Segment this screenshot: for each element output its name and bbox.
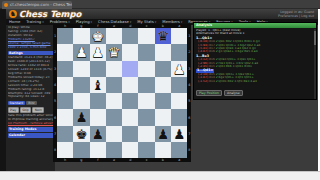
tab-standard[interactable]: Standard: [8, 101, 26, 105]
engine-line[interactable]: (-4.87) d16 2.g3 Qxe2+ 3.Kg2 Be5 4.a4: [196, 50, 313, 53]
engine-depth: d16: [209, 50, 216, 53]
rank-label: 8: [187, 142, 191, 158]
file-label: b: [155, 158, 171, 162]
square-a5[interactable]: [171, 93, 187, 109]
square-e6[interactable]: [106, 109, 122, 125]
square-h1[interactable]: [57, 28, 73, 44]
analyse-button[interactable]: Analyse: [224, 90, 243, 97]
square-c1[interactable]: [138, 28, 154, 44]
header-user-area[interactable]: Logged in as: Guest Preferences | Log ou…: [278, 10, 314, 18]
square-a8[interactable]: [171, 142, 187, 158]
square-f1[interactable]: ♚: [90, 28, 106, 44]
black-queen[interactable]: ♛: [157, 28, 169, 44]
square-f6[interactable]: [90, 109, 106, 125]
square-c5[interactable]: [138, 93, 154, 109]
skip-button[interactable]: Skip: [20, 107, 31, 113]
white-king[interactable]: ♚: [92, 28, 104, 44]
square-h4[interactable]: [57, 77, 73, 93]
square-h3[interactable]: [57, 61, 73, 77]
square-a6[interactable]: [171, 109, 187, 125]
file-label: g: [73, 158, 89, 162]
play-button[interactable]: Play: [8, 107, 19, 113]
black-pawn[interactable]: ♟: [92, 126, 104, 142]
sidebar-section-bar[interactable]: Calendar: [8, 133, 54, 138]
square-f4[interactable]: ♝: [90, 77, 106, 93]
square-e3[interactable]: [106, 61, 122, 77]
square-c7[interactable]: [138, 126, 154, 142]
favicon-icon: [4, 3, 8, 7]
square-b1[interactable]: ♛: [155, 28, 171, 44]
square-e5[interactable]: [106, 93, 122, 109]
rank-label: 5: [187, 93, 191, 109]
file-label: h: [57, 158, 73, 162]
sidebar: To play: WhiteRating: 1584 (RD: 42)Durat…: [6, 25, 55, 171]
next-button[interactable]: Next: [32, 107, 44, 113]
square-d3[interactable]: [122, 61, 138, 77]
square-f3[interactable]: [90, 61, 106, 77]
square-d4[interactable]: [122, 77, 138, 93]
square-a1[interactable]: [171, 28, 187, 44]
square-f2[interactable]: ♟: [90, 44, 106, 60]
square-f8[interactable]: [90, 142, 106, 158]
square-e7[interactable]: [106, 126, 122, 142]
square-b6[interactable]: [155, 109, 171, 125]
square-g4[interactable]: [73, 77, 89, 93]
rank-label: 7: [187, 126, 191, 142]
analysis-scrollbar[interactable]: [314, 29, 317, 99]
sidebar-tabs: StandardBlitz: [8, 101, 54, 106]
square-c8[interactable]: [138, 142, 154, 158]
black-pawn[interactable]: ♟: [157, 126, 169, 142]
analysis-buttons: Play PositionAnalyse: [196, 79, 245, 98]
board-corner: [187, 158, 191, 162]
engine-moves: 2.g3 Qxe2+ 3.Kg2 Be5 4.a4: [216, 50, 258, 53]
square-b8[interactable]: [155, 142, 171, 158]
square-g1[interactable]: [73, 28, 89, 44]
sidebar-stat-line: Popularity: 84 Likes: 12: [8, 95, 54, 99]
file-label: a: [171, 158, 187, 162]
square-a4[interactable]: [171, 77, 187, 93]
square-b7[interactable]: ♟: [155, 126, 171, 142]
white-pawn[interactable]: ♟: [75, 44, 87, 60]
square-g2[interactable]: ♟: [73, 44, 89, 60]
white-queen[interactable]: ♛: [108, 44, 120, 60]
tab-title: ct.chesstempo.com - Chess Tempo: [10, 2, 72, 7]
file-label: f: [90, 158, 106, 162]
page-body: ♞ Chess Tempo Logged in as: Guest Prefer…: [0, 9, 318, 171]
chess-board[interactable]: hgfedcba1♚♛12♟♟♛23♟34♝4556♟67♚♟♟♟788hgfe…: [53, 24, 191, 162]
black-king[interactable]: ♚: [75, 126, 87, 142]
square-g5[interactable]: [73, 93, 89, 109]
rank-label: 6: [187, 109, 191, 125]
engine-moves: 2.Qd3 Bb6 3.Qxb1 Bxb1: [216, 65, 252, 68]
site-header: ♞ Chess Tempo Logged in as: Guest Prefer…: [6, 9, 318, 19]
rank-label: 1: [187, 28, 191, 44]
square-e8[interactable]: [106, 142, 122, 158]
chevron-down-icon: ▾: [42, 20, 44, 24]
rank-label: 2: [187, 44, 191, 60]
premium-link[interactable]: Go Premium - remove adverts: [8, 122, 54, 126]
preferences-logout-links[interactable]: Preferences | Log out: [278, 14, 314, 18]
white-pawn[interactable]: ♟: [173, 61, 185, 77]
analysis-info-line: Alternatives for Black at move 1:: [196, 32, 313, 35]
square-c6[interactable]: [138, 109, 154, 125]
engine-score: (-4.87): [198, 50, 209, 53]
black-pawn[interactable]: ♟: [173, 126, 185, 142]
black-bishop[interactable]: ♝: [92, 77, 104, 93]
square-f5[interactable]: [90, 93, 106, 109]
analysis-panel-title[interactable]: Analysis: [194, 23, 316, 28]
site-title[interactable]: Chess Tempo: [19, 9, 81, 19]
square-h6[interactable]: [57, 109, 73, 125]
play-position-button[interactable]: Play Position: [196, 90, 222, 97]
browser-tab[interactable]: ct.chesstempo.com - Chess Tempo: [2, 1, 72, 9]
square-d2[interactable]: [122, 44, 138, 60]
square-h8[interactable]: [57, 142, 73, 158]
square-h7[interactable]: [57, 126, 73, 142]
square-g3[interactable]: [73, 61, 89, 77]
square-e2[interactable]: ♛: [106, 44, 122, 60]
square-c3[interactable]: [138, 61, 154, 77]
sidebar-section-bar[interactable]: Ratings: [8, 51, 54, 56]
engine-line[interactable]: (-2.45) d15 2.Qd3 Bb6 3.Qxb1 Bxb1: [196, 65, 313, 68]
browser-toolbar: ct.chesstempo.com - Chess Tempo: [0, 0, 320, 9]
square-h2[interactable]: [57, 44, 73, 60]
black-pawn[interactable]: ♟: [75, 109, 87, 125]
square-e1[interactable]: [106, 28, 122, 44]
chesstempo-page: ct.chesstempo.com - Chess Tempo ♞ Chess …: [0, 0, 320, 180]
square-b4[interactable]: [155, 77, 171, 93]
scrollbar-thumb[interactable]: [314, 31, 317, 45]
square-d1[interactable]: [122, 28, 138, 44]
square-b3[interactable]: [155, 61, 171, 77]
file-label: d: [122, 158, 138, 162]
rank-label: 4: [187, 77, 191, 93]
square-a2[interactable]: [171, 44, 187, 60]
knight-logo-icon[interactable]: ♞: [9, 10, 17, 18]
square-a3[interactable]: ♟: [171, 61, 187, 77]
analysis-panel: Analysis Played: 1...Qb1+ (best move)Alt…: [193, 22, 317, 100]
square-c2[interactable]: [138, 44, 154, 60]
square-b2[interactable]: [155, 44, 171, 60]
square-h5[interactable]: [57, 93, 73, 109]
file-label: e: [106, 158, 122, 162]
square-d8[interactable]: [122, 142, 138, 158]
page-bottom-strip: [0, 171, 320, 180]
square-c4[interactable]: [138, 77, 154, 93]
square-e4[interactable]: [106, 77, 122, 93]
sidebar-section-bar[interactable]: Training Modes: [8, 127, 54, 132]
square-d7[interactable]: [122, 126, 138, 142]
square-g7[interactable]: ♚: [73, 126, 89, 142]
square-b5[interactable]: [155, 93, 171, 109]
square-a7[interactable]: ♟: [171, 126, 187, 142]
square-d6[interactable]: [122, 109, 138, 125]
square-f7[interactable]: ♟: [90, 126, 106, 142]
sidebar-buttons: PlaySkipNext: [8, 107, 54, 113]
square-g8[interactable]: [73, 142, 89, 158]
rank-label: 3: [187, 61, 191, 77]
tab-blitz[interactable]: Blitz: [26, 101, 36, 105]
square-d5[interactable]: [122, 93, 138, 109]
square-g6[interactable]: ♟: [73, 109, 89, 125]
sidebar-link[interactable]: 2400 v 2350, 5 min blitz: [8, 46, 54, 50]
white-pawn[interactable]: ♟: [92, 44, 104, 60]
file-label: c: [138, 158, 154, 162]
